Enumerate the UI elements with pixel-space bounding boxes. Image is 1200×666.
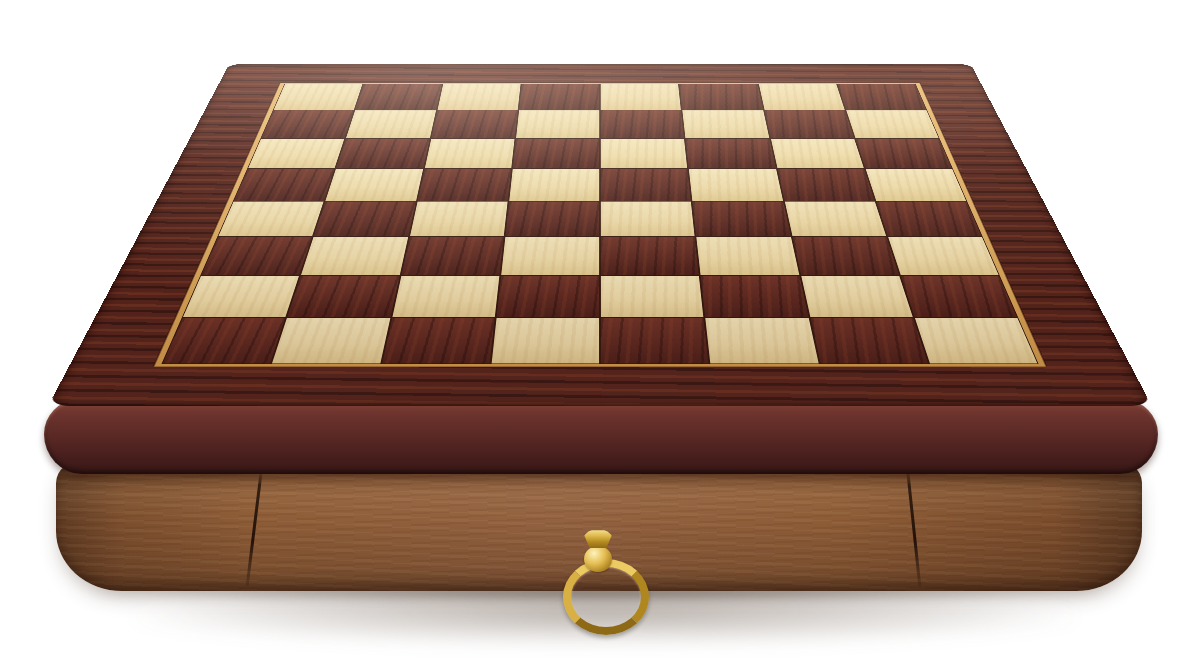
square-f8 [680, 84, 763, 110]
square-b6 [336, 139, 429, 169]
square-h8 [838, 84, 927, 110]
square-d8 [519, 84, 599, 110]
square-b1 [272, 318, 390, 364]
square-c5 [417, 169, 511, 201]
square-e5 [601, 169, 691, 201]
square-b2 [287, 276, 399, 317]
square-d4 [505, 202, 599, 237]
maple-inlay-border [153, 83, 1046, 367]
square-d7 [516, 110, 599, 138]
square-f7 [683, 110, 769, 138]
square-a3 [201, 237, 312, 275]
square-e2 [601, 276, 704, 317]
square-c2 [392, 276, 499, 317]
square-f1 [706, 318, 819, 364]
square-a7 [261, 110, 353, 138]
square-d2 [496, 276, 599, 317]
square-g8 [759, 84, 845, 110]
square-a1 [163, 318, 286, 364]
chessboard-box-photo [0, 0, 1200, 666]
square-e4 [601, 202, 695, 237]
square-h5 [865, 169, 966, 201]
square-f3 [697, 237, 799, 275]
square-a6 [248, 139, 344, 169]
square-g4 [784, 202, 886, 237]
square-b3 [301, 237, 407, 275]
square-f2 [701, 276, 808, 317]
square-a2 [183, 276, 299, 317]
square-g3 [792, 237, 898, 275]
square-c1 [382, 318, 495, 364]
square-a8 [274, 84, 363, 110]
board-top [48, 64, 1152, 406]
square-b5 [326, 169, 423, 201]
square-a5 [234, 169, 335, 201]
square-e1 [601, 318, 709, 364]
square-d5 [509, 169, 599, 201]
square-g5 [777, 169, 874, 201]
chessboard-grid [161, 84, 1038, 364]
square-e6 [601, 139, 688, 169]
square-b8 [355, 84, 441, 110]
square-c8 [437, 84, 520, 110]
square-a4 [218, 202, 323, 237]
square-e3 [601, 237, 699, 275]
square-h7 [846, 110, 938, 138]
square-c3 [401, 237, 503, 275]
square-b7 [346, 110, 435, 138]
square-c4 [410, 202, 508, 237]
square-f6 [686, 139, 776, 169]
square-g7 [764, 110, 853, 138]
square-d1 [491, 318, 599, 364]
square-e8 [601, 84, 681, 110]
square-h6 [855, 139, 951, 169]
square-h1 [915, 318, 1038, 364]
square-c6 [424, 139, 514, 169]
square-g2 [801, 276, 913, 317]
square-e7 [601, 110, 684, 138]
board-perspective-wrapper [0, 0, 1200, 666]
square-g1 [810, 318, 928, 364]
square-d3 [501, 237, 599, 275]
square-h2 [901, 276, 1017, 317]
square-b4 [314, 202, 416, 237]
square-h3 [888, 237, 999, 275]
square-g6 [771, 139, 864, 169]
square-f4 [693, 202, 791, 237]
square-c7 [431, 110, 517, 138]
square-f5 [689, 169, 783, 201]
square-d6 [513, 139, 600, 169]
square-h4 [876, 202, 981, 237]
